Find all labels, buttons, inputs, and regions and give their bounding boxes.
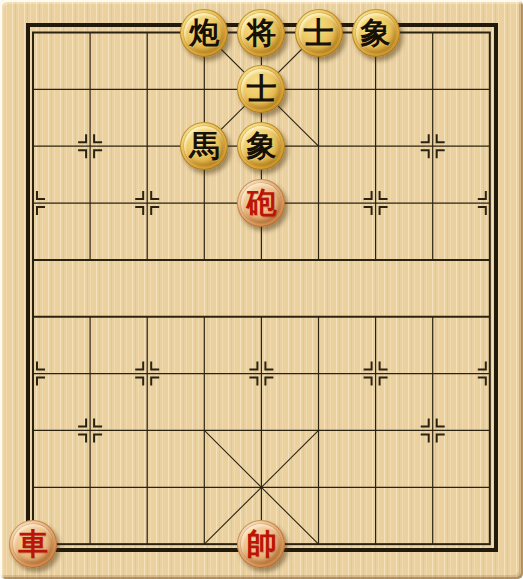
point-marker [135, 207, 143, 215]
black-elephant-glyph: 象 [246, 131, 276, 161]
point-marker [265, 378, 273, 386]
xiangqi-board[interactable]: 炮将士象士馬象砲車帥 [0, 0, 523, 579]
point-marker [364, 207, 372, 215]
point-marker [478, 362, 486, 370]
black-elephant-glyph: 象 [361, 18, 391, 48]
point-marker [249, 378, 257, 386]
point-marker [437, 134, 445, 142]
point-marker [94, 150, 102, 158]
point-marker [364, 378, 372, 386]
point-marker [364, 191, 372, 199]
point-marker [94, 134, 102, 142]
point-marker [380, 207, 388, 215]
point-marker [78, 150, 86, 158]
piece-black-cannon[interactable]: 炮 [180, 9, 228, 57]
black-general-glyph: 将 [246, 18, 276, 48]
point-marker [421, 134, 429, 142]
point-marker [437, 434, 445, 442]
point-marker [380, 378, 388, 386]
point-marker [37, 378, 45, 386]
xiangqi-app: 炮将士象士馬象砲車帥 [0, 0, 523, 579]
red-chariot-glyph: 車 [18, 529, 48, 559]
black-advisor-glyph: 士 [304, 18, 334, 48]
black-advisor-glyph: 士 [246, 74, 276, 104]
point-marker [78, 418, 86, 426]
point-marker [364, 362, 372, 370]
red-cannon-glyph: 砲 [246, 188, 276, 218]
point-marker [437, 150, 445, 158]
black-horse-glyph: 馬 [189, 131, 219, 161]
point-marker [421, 150, 429, 158]
piece-black-elephant[interactable]: 象 [352, 9, 400, 57]
point-marker [151, 362, 159, 370]
point-marker [37, 362, 45, 370]
point-marker [265, 362, 273, 370]
point-marker [37, 207, 45, 215]
piece-black-advisor[interactable]: 士 [295, 9, 343, 57]
point-marker [78, 434, 86, 442]
piece-red-chariot[interactable]: 車 [9, 520, 57, 568]
point-marker [421, 418, 429, 426]
point-marker [421, 434, 429, 442]
point-marker [78, 134, 86, 142]
point-marker [249, 362, 257, 370]
point-marker [151, 378, 159, 386]
point-marker [94, 434, 102, 442]
point-marker [135, 191, 143, 199]
point-marker [135, 362, 143, 370]
point-marker [94, 418, 102, 426]
point-marker [380, 362, 388, 370]
point-marker [478, 207, 486, 215]
point-marker [478, 191, 486, 199]
point-marker [380, 191, 388, 199]
point-marker [478, 378, 486, 386]
point-marker [437, 418, 445, 426]
black-cannon-glyph: 炮 [189, 18, 219, 48]
point-marker [135, 378, 143, 386]
point-marker [151, 207, 159, 215]
red-general-glyph: 帥 [246, 529, 276, 559]
point-marker [151, 191, 159, 199]
point-marker [37, 191, 45, 199]
piece-black-general[interactable]: 将 [237, 9, 285, 57]
